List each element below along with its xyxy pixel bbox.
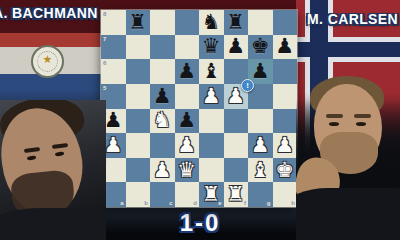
square-d2[interactable]: ♛ [175, 158, 200, 183]
jacket [0, 208, 106, 240]
square-d8[interactable] [175, 10, 200, 35]
white-pawn[interactable]: ♟ [199, 84, 224, 109]
square-b6[interactable] [126, 59, 151, 84]
file-label-h: h [291, 200, 295, 206]
square-b2[interactable] [126, 158, 151, 183]
square-c4[interactable]: ♞ [150, 109, 175, 134]
white-pawn[interactable]: ♟ [273, 133, 298, 158]
square-c6[interactable] [150, 59, 175, 84]
square-g2[interactable]: ♝ [248, 158, 273, 183]
square-f2[interactable] [224, 158, 249, 183]
white-queen[interactable]: ♛ [175, 158, 200, 183]
player-name-right: M. CARLSEN [307, 11, 398, 27]
black-pawn[interactable]: ♟ [175, 109, 200, 134]
square-g1[interactable]: g [248, 182, 273, 207]
file-label-d: d [193, 200, 197, 206]
file-label-b: b [144, 200, 148, 206]
square-b8[interactable]: ♜ [126, 10, 151, 35]
move-annotation-badge: ! [241, 79, 254, 92]
square-e6[interactable]: ♝ [199, 59, 224, 84]
square-h7[interactable]: ♟ [273, 35, 298, 60]
black-bishop[interactable]: ♝ [199, 59, 224, 84]
square-a8[interactable]: 8 [101, 10, 126, 35]
square-d4[interactable]: ♟ [175, 109, 200, 134]
rank-label-7: 7 [103, 36, 106, 42]
square-c8[interactable] [150, 10, 175, 35]
white-knight[interactable]: ♞ [150, 109, 175, 134]
player-photo-left [0, 100, 106, 240]
black-pawn[interactable]: ♟ [273, 35, 298, 60]
rank-label-8: 8 [103, 11, 106, 17]
square-d5[interactable] [175, 84, 200, 109]
square-c1[interactable]: c [150, 182, 175, 207]
file-label-g: g [267, 200, 271, 206]
square-d1[interactable]: d [175, 182, 200, 207]
square-c7[interactable] [150, 35, 175, 60]
jacket [296, 188, 400, 240]
square-g7[interactable]: ♚ [248, 35, 273, 60]
white-rook[interactable]: ♜ [199, 182, 224, 207]
emblem-star-icon: ★ [33, 54, 62, 65]
white-rook[interactable]: ♜ [224, 182, 249, 207]
square-f1[interactable]: f♜ [224, 182, 249, 207]
square-g4[interactable] [248, 109, 273, 134]
square-c5[interactable]: ♟ [150, 84, 175, 109]
square-f3[interactable] [224, 133, 249, 158]
square-d6[interactable]: ♟ [175, 59, 200, 84]
norway-cross-navy-horizontal [296, 42, 400, 57]
square-g8[interactable] [248, 10, 273, 35]
black-pawn[interactable]: ♟ [150, 84, 175, 109]
rank-label-6: 6 [103, 60, 106, 66]
square-a6[interactable]: 6 [101, 59, 126, 84]
square-b1[interactable]: b [126, 182, 151, 207]
square-e1[interactable]: e♜ [199, 182, 224, 207]
white-king[interactable]: ♚ [273, 158, 298, 183]
rank-label-5: 5 [103, 85, 106, 91]
square-e3[interactable] [199, 133, 224, 158]
paraguay-emblem: ★ [31, 45, 64, 78]
square-f8[interactable]: ♜ [224, 10, 249, 35]
square-h3[interactable]: ♟ [273, 133, 298, 158]
white-bishop[interactable]: ♝ [248, 158, 273, 183]
square-c2[interactable]: ♟ [150, 158, 175, 183]
square-e2[interactable] [199, 158, 224, 183]
black-king[interactable]: ♚ [248, 35, 273, 60]
black-rook[interactable]: ♜ [126, 10, 151, 35]
white-pawn[interactable]: ♟ [150, 158, 175, 183]
eye [329, 122, 339, 126]
black-knight[interactable]: ♞ [199, 10, 224, 35]
square-h5[interactable] [273, 84, 298, 109]
black-queen[interactable]: ♛ [199, 35, 224, 60]
square-f7[interactable]: ♟ [224, 35, 249, 60]
square-g3[interactable]: ♟ [248, 133, 273, 158]
white-pawn[interactable]: ♟ [175, 133, 200, 158]
square-e7[interactable]: ♛ [199, 35, 224, 60]
square-a7[interactable]: 7 [101, 35, 126, 60]
thumbnail: ★ 8♜♞♜7♛♟♚♟6♟♝♟5♟♟♟4♟♞♟3♟♟♟♟2♟♛♝♚1abcde♜… [0, 0, 400, 240]
player-name-left: A. BACHMANN [0, 5, 98, 21]
file-label-c: c [169, 200, 172, 206]
square-d3[interactable]: ♟ [175, 133, 200, 158]
square-h1[interactable]: h [273, 182, 298, 207]
eye [356, 122, 366, 126]
square-b5[interactable] [126, 84, 151, 109]
square-e4[interactable] [199, 109, 224, 134]
square-b3[interactable] [126, 133, 151, 158]
eyebrow [326, 114, 343, 118]
square-h2[interactable]: ♚ [273, 158, 298, 183]
player-photo-right [296, 76, 400, 240]
black-pawn[interactable]: ♟ [224, 35, 249, 60]
black-pawn[interactable]: ♟ [175, 59, 200, 84]
square-h8[interactable] [273, 10, 298, 35]
square-c3[interactable] [150, 133, 175, 158]
square-d7[interactable] [175, 35, 200, 60]
square-b4[interactable] [126, 109, 151, 134]
square-h4[interactable] [273, 109, 298, 134]
black-rook[interactable]: ♜ [224, 10, 249, 35]
square-e8[interactable]: ♞ [199, 10, 224, 35]
file-label-a: a [120, 200, 123, 206]
square-e5[interactable]: ♟ [199, 84, 224, 109]
white-pawn[interactable]: ♟ [248, 133, 273, 158]
square-b7[interactable] [126, 35, 151, 60]
chess-board: 8♜♞♜7♛♟♚♟6♟♝♟5♟♟♟4♟♞♟3♟♟♟♟2♟♛♝♚1abcde♜f♜… [101, 10, 297, 207]
eyebrow [354, 114, 371, 118]
square-h6[interactable] [273, 59, 298, 84]
square-f4[interactable] [224, 109, 249, 134]
